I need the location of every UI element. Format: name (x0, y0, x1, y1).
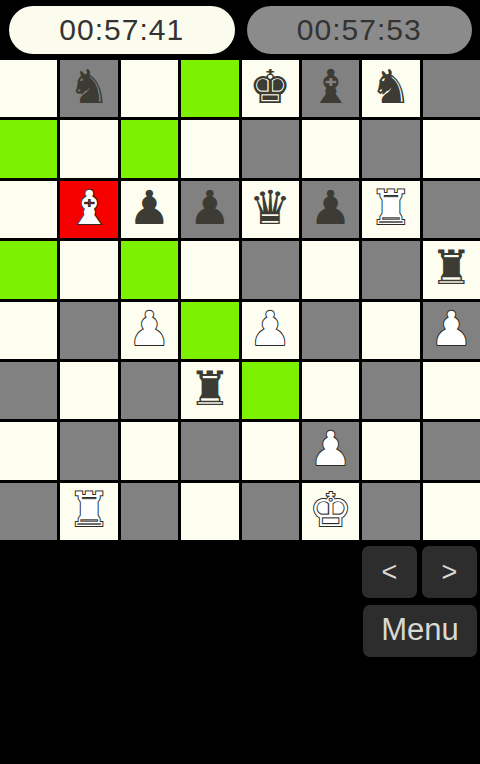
square-d2[interactable] (181, 422, 238, 479)
black-rook-piece: ♜ (189, 365, 231, 412)
square-b5[interactable] (60, 241, 117, 298)
square-h7[interactable] (423, 120, 480, 177)
white-pawn-piece: ♟ (430, 305, 472, 352)
square-c7[interactable] (121, 120, 178, 177)
square-e5[interactable] (242, 241, 299, 298)
square-g3[interactable] (362, 362, 419, 419)
square-a7[interactable] (0, 120, 57, 177)
black-knight-piece: ♞ (370, 63, 412, 110)
square-a4[interactable] (0, 302, 57, 359)
square-a2[interactable] (0, 422, 57, 479)
square-g8[interactable]: ♞ (362, 60, 419, 117)
square-b2[interactable] (60, 422, 117, 479)
black-clock-time: 00:57:53 (297, 13, 422, 47)
square-f8[interactable]: ♝ (302, 60, 359, 117)
square-b6[interactable]: ♝ (60, 181, 117, 238)
white-bishop-piece: ♝ (68, 184, 110, 231)
square-a5[interactable] (0, 241, 57, 298)
square-e2[interactable] (242, 422, 299, 479)
black-pawn-piece: ♟ (189, 184, 231, 231)
square-g7[interactable] (362, 120, 419, 177)
black-knight-piece: ♞ (68, 63, 110, 110)
square-d6[interactable]: ♟ (181, 181, 238, 238)
square-f6[interactable]: ♟ (302, 181, 359, 238)
square-c2[interactable] (121, 422, 178, 479)
prev-move-button[interactable]: < (362, 546, 417, 598)
square-f7[interactable] (302, 120, 359, 177)
square-a6[interactable] (0, 181, 57, 238)
square-a1[interactable] (0, 483, 57, 540)
menu-button[interactable]: Menu (363, 605, 477, 657)
square-h3[interactable] (423, 362, 480, 419)
bottom-controls: < > Menu (362, 546, 477, 657)
square-b1[interactable]: ♜ (60, 483, 117, 540)
black-pawn-piece: ♟ (128, 184, 170, 231)
square-c1[interactable] (121, 483, 178, 540)
chess-board: ♞♚♝♞♝♟♟♛♟♜♜♟♟♟♜♟♜♚ (0, 60, 480, 540)
square-g6[interactable]: ♜ (362, 181, 419, 238)
white-pawn-piece: ♟ (128, 305, 170, 352)
white-rook-piece: ♜ (68, 486, 110, 533)
white-rook-piece: ♜ (370, 184, 412, 231)
square-e4[interactable]: ♟ (242, 302, 299, 359)
black-bishop-piece: ♝ (309, 63, 351, 110)
next-move-button[interactable]: > (422, 546, 477, 598)
square-f1[interactable]: ♚ (302, 483, 359, 540)
square-e3[interactable] (242, 362, 299, 419)
square-d5[interactable] (181, 241, 238, 298)
white-clock: 00:57:41 (9, 6, 235, 54)
square-g2[interactable] (362, 422, 419, 479)
square-c6[interactable]: ♟ (121, 181, 178, 238)
black-queen-piece: ♛ (249, 184, 291, 231)
white-clock-time: 00:57:41 (59, 13, 184, 47)
square-d4[interactable] (181, 302, 238, 359)
square-g4[interactable] (362, 302, 419, 359)
square-d3[interactable]: ♜ (181, 362, 238, 419)
square-b3[interactable] (60, 362, 117, 419)
white-pawn-piece: ♟ (249, 305, 291, 352)
square-h5[interactable]: ♜ (423, 241, 480, 298)
black-king-piece: ♚ (249, 63, 291, 110)
black-rook-piece: ♜ (430, 244, 472, 291)
black-clock: 00:57:53 (247, 6, 473, 54)
square-e6[interactable]: ♛ (242, 181, 299, 238)
square-c3[interactable] (121, 362, 178, 419)
white-pawn-piece: ♟ (309, 425, 351, 472)
square-h1[interactable] (423, 483, 480, 540)
white-king-piece: ♚ (309, 486, 351, 533)
square-h8[interactable] (423, 60, 480, 117)
square-e1[interactable] (242, 483, 299, 540)
square-e7[interactable] (242, 120, 299, 177)
square-g5[interactable] (362, 241, 419, 298)
black-pawn-piece: ♟ (309, 184, 351, 231)
square-b4[interactable] (60, 302, 117, 359)
square-c4[interactable]: ♟ (121, 302, 178, 359)
square-d1[interactable] (181, 483, 238, 540)
square-a8[interactable] (0, 60, 57, 117)
move-nav-row: < > (362, 546, 477, 598)
square-c8[interactable] (121, 60, 178, 117)
square-b8[interactable]: ♞ (60, 60, 117, 117)
square-b7[interactable] (60, 120, 117, 177)
square-f4[interactable] (302, 302, 359, 359)
square-h6[interactable] (423, 181, 480, 238)
square-h2[interactable] (423, 422, 480, 479)
square-f3[interactable] (302, 362, 359, 419)
square-g1[interactable] (362, 483, 419, 540)
square-f5[interactable] (302, 241, 359, 298)
square-a3[interactable] (0, 362, 57, 419)
square-e8[interactable]: ♚ (242, 60, 299, 117)
clock-bar: 00:57:41 00:57:53 (0, 0, 480, 60)
square-d8[interactable] (181, 60, 238, 117)
square-f2[interactable]: ♟ (302, 422, 359, 479)
square-h4[interactable]: ♟ (423, 302, 480, 359)
square-d7[interactable] (181, 120, 238, 177)
square-c5[interactable] (121, 241, 178, 298)
